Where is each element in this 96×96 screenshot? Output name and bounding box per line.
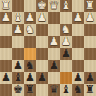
square-b4[interactable] [72, 36, 84, 48]
white-bishop[interactable]: ♝ [61, 0, 71, 12]
square-h8[interactable] [0, 84, 12, 96]
square-e2[interactable]: ♟ [36, 12, 48, 24]
square-h7[interactable]: ♟ [0, 72, 12, 84]
square-c6[interactable] [60, 60, 72, 72]
black-rook[interactable]: ♜ [85, 84, 95, 96]
square-e8[interactable] [36, 84, 48, 96]
square-g8[interactable]: ♚ [12, 84, 24, 96]
square-g3[interactable]: ♟ [12, 24, 24, 36]
square-h2[interactable]: ♟ [0, 12, 12, 24]
square-f3[interactable]: ♞ [24, 24, 36, 36]
white-pawn[interactable]: ♟ [85, 12, 95, 24]
square-e4[interactable] [36, 36, 48, 48]
square-f8[interactable]: ♜ [24, 84, 36, 96]
square-e7[interactable]: ♟ [36, 72, 48, 84]
square-a2[interactable]: ♟ [84, 12, 96, 24]
black-rook[interactable]: ♜ [25, 84, 35, 96]
square-h4[interactable] [0, 36, 12, 48]
black-queen[interactable]: ♛ [49, 84, 59, 96]
black-pawn[interactable]: ♟ [37, 72, 47, 84]
white-pawn[interactable]: ♟ [73, 12, 83, 24]
black-king[interactable]: ♚ [13, 84, 23, 96]
square-a4[interactable] [84, 36, 96, 48]
square-a8[interactable]: ♜ [84, 84, 96, 96]
square-b8[interactable]: ♞ [72, 84, 84, 96]
square-g4[interactable] [12, 36, 24, 48]
square-d6[interactable]: ♟ [48, 60, 60, 72]
square-a5[interactable] [84, 48, 96, 60]
square-d8[interactable]: ♛ [48, 84, 60, 96]
white-pawn[interactable]: ♟ [13, 24, 23, 36]
square-e5[interactable] [36, 48, 48, 60]
black-pawn[interactable]: ♟ [49, 60, 59, 72]
square-d2[interactable] [48, 12, 60, 24]
square-b5[interactable] [72, 48, 84, 60]
black-knight[interactable]: ♞ [73, 84, 83, 96]
square-a3[interactable] [84, 24, 96, 36]
square-d4[interactable]: ♟ [48, 36, 60, 48]
white-pawn[interactable]: ♟ [49, 36, 59, 48]
white-pawn[interactable]: ♟ [37, 12, 47, 24]
square-c8[interactable]: ♝ [60, 84, 72, 96]
square-h3[interactable] [0, 24, 12, 36]
square-h5[interactable] [0, 48, 12, 60]
black-bishop[interactable]: ♝ [61, 84, 71, 96]
square-d1[interactable]: ♛ [48, 0, 60, 12]
square-c1[interactable]: ♝ [60, 0, 72, 12]
square-c5[interactable]: ♟ [60, 48, 72, 60]
square-b2[interactable]: ♟ [72, 12, 84, 24]
black-pawn[interactable]: ♟ [1, 72, 11, 84]
black-pawn[interactable]: ♟ [61, 48, 71, 60]
square-b3[interactable] [72, 24, 84, 36]
square-f4[interactable] [24, 36, 36, 48]
chess-board: ♜♚♛♝♜♟♝♟♟♟♟♟♞♞♟♟♟♟♞♟♟♝♟♟♟♟♚♜♛♝♞♜ [0, 0, 96, 96]
square-e3[interactable] [36, 24, 48, 36]
white-queen[interactable]: ♛ [49, 0, 59, 12]
white-pawn[interactable]: ♟ [1, 12, 11, 24]
white-knight[interactable]: ♞ [25, 24, 35, 36]
